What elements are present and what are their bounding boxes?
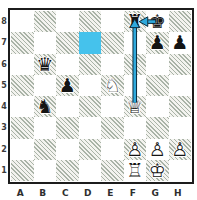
square-a2[interactable] [11,139,34,160]
board-frame: ♜♚♟♟♛♟♞♘♞♛♕♟♙♟♙♟♙♜♖♚♔ [8,8,194,184]
square-a6[interactable] [11,54,34,75]
rank-label-4: 4 [0,96,8,117]
white-pawn-f2: ♙ [124,139,147,160]
highlighted-square-d7[interactable] [79,32,102,53]
square-b6[interactable]: ♛ [34,54,57,75]
square-h2[interactable]: ♟♙ [169,139,192,160]
rank-label-7: 7 [0,32,8,53]
square-c3[interactable] [56,117,79,138]
file-label-H: H [167,186,190,199]
square-a5[interactable] [11,75,34,96]
square-g3[interactable] [146,117,169,138]
black-queen-b6: ♛ [34,54,57,75]
square-f2[interactable]: ♟♙ [124,139,147,160]
white-knight-e5: ♘ [101,75,124,96]
square-f4[interactable]: ♛♕ [124,96,147,117]
square-e8[interactable] [101,11,124,32]
file-label-A: A [9,186,32,199]
black-pawn-h7: ♟ [169,32,192,53]
file-label-C: C [54,186,77,199]
square-g4[interactable] [146,96,169,117]
square-f6[interactable] [124,54,147,75]
square-h6[interactable] [169,54,192,75]
square-d3[interactable] [79,117,102,138]
square-g7[interactable]: ♟ [146,32,169,53]
square-h7[interactable]: ♟ [169,32,192,53]
white-pawn-g2: ♙ [146,139,169,160]
rank-label-8: 8 [0,11,8,32]
square-a3[interactable] [11,117,34,138]
square-e2[interactable] [101,139,124,160]
white-rook-f1: ♖ [124,160,147,181]
square-d2[interactable] [79,139,102,160]
black-king-g8: ♚ [146,11,169,32]
square-c7[interactable] [56,32,79,53]
square-e7[interactable] [101,32,124,53]
square-h5[interactable] [169,75,192,96]
square-b5[interactable] [34,75,57,96]
white-queen-f4: ♕ [124,96,147,117]
black-knight-b4: ♞ [34,96,57,117]
square-c8[interactable] [56,11,79,32]
square-b4[interactable]: ♞ [34,96,57,117]
square-g6[interactable] [146,54,169,75]
square-a7[interactable] [11,32,34,53]
square-g1[interactable]: ♚♔ [146,160,169,181]
square-b8[interactable] [34,11,57,32]
square-c4[interactable] [56,96,79,117]
chess-board: ♜♚♟♟♛♟♞♘♞♛♕♟♙♟♙♟♙♜♖♚♔ [11,11,191,181]
white-king-g1: ♔ [146,160,169,181]
square-c1[interactable] [56,160,79,181]
file-labels: ABCDEFGH [9,186,189,199]
square-d4[interactable] [79,96,102,117]
rank-label-1: 1 [0,160,8,181]
square-h4[interactable] [169,96,192,117]
rank-label-2: 2 [0,139,8,160]
white-pawn-h2: ♙ [169,139,192,160]
square-e1[interactable] [101,160,124,181]
rank-label-6: 6 [0,54,8,75]
square-c6[interactable] [56,54,79,75]
rank-label-5: 5 [0,75,8,96]
square-g2[interactable]: ♟♙ [146,139,169,160]
square-h8[interactable] [169,11,192,32]
chess-diagram: 87654321 ♜♚♟♟♛♟♞♘♞♛♕♟♙♟♙♟♙♜♖♚♔ ABCDEFGH [0,0,197,200]
square-c5[interactable]: ♟ [56,75,79,96]
file-label-F: F [122,186,145,199]
square-e5[interactable]: ♞♘ [101,75,124,96]
square-g8[interactable]: ♚ [146,11,169,32]
file-label-G: G [144,186,167,199]
square-f1[interactable]: ♜♖ [124,160,147,181]
square-f5[interactable] [124,75,147,96]
square-f7[interactable] [124,32,147,53]
square-c2[interactable] [56,139,79,160]
square-b7[interactable] [34,32,57,53]
file-label-B: B [32,186,55,199]
file-label-D: D [77,186,100,199]
rank-labels: 87654321 [0,11,8,181]
square-e6[interactable] [101,54,124,75]
file-label-E: E [99,186,122,199]
square-a8[interactable] [11,11,34,32]
square-h3[interactable] [169,117,192,138]
square-d1[interactable] [79,160,102,181]
square-g5[interactable] [146,75,169,96]
black-pawn-c5: ♟ [56,75,79,96]
square-d8[interactable] [79,11,102,32]
square-a4[interactable] [11,96,34,117]
square-b3[interactable] [34,117,57,138]
square-e3[interactable] [101,117,124,138]
square-e4[interactable] [101,96,124,117]
square-h1[interactable] [169,160,192,181]
square-f8[interactable]: ♜ [124,11,147,32]
square-b1[interactable] [34,160,57,181]
black-rook-f8: ♜ [124,11,147,32]
rank-label-3: 3 [0,117,8,138]
square-a1[interactable] [11,160,34,181]
square-d5[interactable] [79,75,102,96]
square-d6[interactable] [79,54,102,75]
black-pawn-g7: ♟ [146,32,169,53]
square-f3[interactable] [124,117,147,138]
square-b2[interactable] [34,139,57,160]
